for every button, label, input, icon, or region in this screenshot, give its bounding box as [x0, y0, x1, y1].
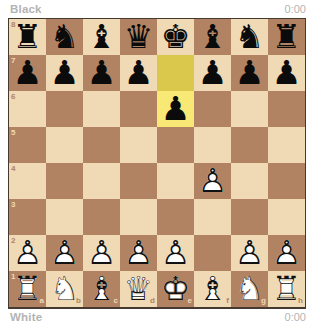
rank-label-5: 5 [11, 129, 15, 137]
black-knight[interactable]: ♞ [46, 19, 83, 55]
square-c3[interactable] [83, 199, 120, 235]
square-h8[interactable]: ♜ [268, 19, 305, 55]
square-b1[interactable]: b♞♘ [46, 271, 83, 307]
player-name-white: White [10, 311, 42, 323]
white-knight-outline: ♘ [46, 271, 83, 307]
square-e8[interactable]: ♚ [157, 19, 194, 55]
white-king[interactable]: ♚♔ [157, 271, 194, 307]
player-bar-white: White 0:00 [10, 308, 306, 326]
square-c7[interactable]: ♟ [83, 55, 120, 91]
square-a5[interactable]: 5 [9, 127, 46, 163]
square-f7[interactable]: ♟ [194, 55, 231, 91]
white-pawn[interactable]: ♟♙ [120, 235, 157, 271]
square-a7[interactable]: 7♟ [9, 55, 46, 91]
square-e2[interactable]: ♟♙ [157, 235, 194, 271]
white-pawn[interactable]: ♟♙ [157, 235, 194, 271]
player-name-black: Black [10, 3, 42, 15]
square-g4[interactable] [231, 163, 268, 199]
square-e6[interactable]: ♟ [157, 91, 194, 127]
white-pawn[interactable]: ♟♙ [46, 235, 83, 271]
square-f6[interactable] [194, 91, 231, 127]
square-h6[interactable] [268, 91, 305, 127]
square-e7[interactable] [157, 55, 194, 91]
white-pawn-outline: ♙ [268, 235, 305, 271]
square-g6[interactable] [231, 91, 268, 127]
player-bar-black: Black 0:00 [10, 0, 306, 18]
white-pawn-outline: ♙ [46, 235, 83, 271]
white-bishop-outline: ♗ [83, 271, 120, 307]
square-f4[interactable]: ♟♙ [194, 163, 231, 199]
white-bishop-outline: ♗ [194, 271, 231, 307]
square-f5[interactable] [194, 127, 231, 163]
white-king-outline: ♔ [157, 271, 194, 307]
square-a8[interactable]: 8♜ [9, 19, 46, 55]
square-g2[interactable]: ♟♙ [231, 235, 268, 271]
white-pawn-outline: ♙ [83, 235, 120, 271]
square-b4[interactable] [46, 163, 83, 199]
square-e3[interactable] [157, 199, 194, 235]
white-pawn[interactable]: ♟♙ [268, 235, 305, 271]
black-bishop[interactable]: ♝ [194, 19, 231, 55]
player-clock-black: 0:00 [285, 3, 306, 15]
square-e1[interactable]: e♚♔ [157, 271, 194, 307]
white-bishop[interactable]: ♝♗ [194, 271, 231, 307]
black-pawn[interactable]: ♟ [46, 55, 83, 91]
white-knight[interactable]: ♞♘ [231, 271, 268, 307]
square-h7[interactable]: ♟ [268, 55, 305, 91]
black-knight[interactable]: ♞ [231, 19, 268, 55]
white-rook-outline: ♖ [268, 271, 305, 307]
square-c1[interactable]: c♝♗ [83, 271, 120, 307]
square-f2[interactable] [194, 235, 231, 271]
square-d8[interactable]: ♛ [120, 19, 157, 55]
rank-label-4: 4 [11, 165, 15, 173]
square-e4[interactable] [157, 163, 194, 199]
white-queen-outline: ♕ [120, 271, 157, 307]
white-bishop[interactable]: ♝♗ [83, 271, 120, 307]
square-h3[interactable] [268, 199, 305, 235]
square-c2[interactable]: ♟♙ [83, 235, 120, 271]
square-d5[interactable] [120, 127, 157, 163]
white-knight-outline: ♘ [231, 271, 268, 307]
black-pawn[interactable]: ♟ [194, 55, 231, 91]
black-pawn[interactable]: ♟ [231, 55, 268, 91]
white-pawn[interactable]: ♟♙ [231, 235, 268, 271]
square-b8[interactable]: ♞ [46, 19, 83, 55]
white-queen[interactable]: ♛♕ [120, 271, 157, 307]
square-c5[interactable] [83, 127, 120, 163]
square-b5[interactable] [46, 127, 83, 163]
square-a2[interactable]: 2♟♙ [9, 235, 46, 271]
chess-board[interactable]: 8♜♞♝♛♚♝♞♜7♟♟♟♟♟♟♟6♟54♟♙32♟♙♟♙♟♙♟♙♟♙♟♙♟♙1… [8, 18, 306, 309]
square-f3[interactable] [194, 199, 231, 235]
square-h4[interactable] [268, 163, 305, 199]
black-king[interactable]: ♚ [157, 19, 194, 55]
white-pawn[interactable]: ♟♙ [83, 235, 120, 271]
black-bishop[interactable]: ♝ [83, 19, 120, 55]
square-g8[interactable]: ♞ [231, 19, 268, 55]
square-f8[interactable]: ♝ [194, 19, 231, 55]
square-d3[interactable] [120, 199, 157, 235]
black-pawn[interactable]: ♟ [268, 55, 305, 91]
black-pawn[interactable]: ♟ [120, 55, 157, 91]
white-pawn[interactable]: ♟♙ [194, 163, 231, 199]
player-clock-white: 0:00 [285, 311, 306, 323]
square-e5[interactable] [157, 127, 194, 163]
square-d1[interactable]: d♛♕ [120, 271, 157, 307]
black-pawn[interactable]: ♟ [83, 55, 120, 91]
square-h5[interactable] [268, 127, 305, 163]
square-h1[interactable]: h♜♖ [268, 271, 305, 307]
square-g7[interactable]: ♟ [231, 55, 268, 91]
white-rook[interactable]: ♜♖ [9, 271, 46, 307]
square-d6[interactable] [120, 91, 157, 127]
square-a4[interactable]: 4 [9, 163, 46, 199]
square-c4[interactable] [83, 163, 120, 199]
square-d7[interactable]: ♟ [120, 55, 157, 91]
square-a6[interactable]: 6 [9, 91, 46, 127]
rank-label-3: 3 [11, 201, 15, 209]
white-knight[interactable]: ♞♘ [46, 271, 83, 307]
square-h2[interactable]: ♟♙ [268, 235, 305, 271]
square-c6[interactable] [83, 91, 120, 127]
white-rook-outline: ♖ [9, 271, 46, 307]
white-pawn-outline: ♙ [231, 235, 268, 271]
square-a1[interactable]: 1a♜♖ [9, 271, 46, 307]
black-pawn[interactable]: ♟ [157, 91, 194, 127]
square-b2[interactable]: ♟♙ [46, 235, 83, 271]
square-g1[interactable]: g♞♘ [231, 271, 268, 307]
white-pawn[interactable]: ♟♙ [9, 235, 46, 271]
square-b3[interactable] [46, 199, 83, 235]
square-g5[interactable] [231, 127, 268, 163]
square-d4[interactable] [120, 163, 157, 199]
black-rook[interactable]: ♜ [268, 19, 305, 55]
black-rook[interactable]: ♜ [9, 19, 46, 55]
black-pawn[interactable]: ♟ [9, 55, 46, 91]
square-c8[interactable]: ♝ [83, 19, 120, 55]
white-rook[interactable]: ♜♖ [268, 271, 305, 307]
rank-label-6: 6 [11, 93, 15, 101]
white-pawn-outline: ♙ [9, 235, 46, 271]
square-a3[interactable]: 3 [9, 199, 46, 235]
black-queen[interactable]: ♛ [120, 19, 157, 55]
white-pawn-outline: ♙ [157, 235, 194, 271]
square-g3[interactable] [231, 199, 268, 235]
square-b6[interactable] [46, 91, 83, 127]
square-f1[interactable]: f♝♗ [194, 271, 231, 307]
square-d2[interactable]: ♟♙ [120, 235, 157, 271]
square-b7[interactable]: ♟ [46, 55, 83, 91]
white-pawn-outline: ♙ [194, 163, 231, 199]
white-pawn-outline: ♙ [120, 235, 157, 271]
